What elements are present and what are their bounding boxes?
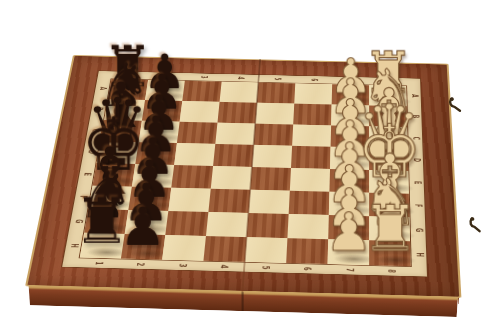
- square-b4: [217, 102, 256, 124]
- square-b5: [255, 103, 294, 125]
- square-h5: [245, 237, 288, 263]
- square-h8: ♜: [369, 240, 411, 266]
- product-photo-scene: 12345678 12345678 ABCDEFGH ABCDEFGH ♜♟♟♜…: [0, 0, 500, 333]
- square-e6: [290, 168, 330, 192]
- coord-label: 7: [345, 71, 358, 91]
- board-grid: ♜♟♟♜♞♟♟♞♝♟♟♝♛♟♟♛♚♟♟♚♝♟♟♝♞♟♟♞♜♟♟♜: [80, 79, 411, 266]
- coord-label: 5: [270, 69, 284, 89]
- coord-label: 4: [233, 68, 248, 88]
- fold-seam-side: [241, 291, 243, 311]
- square-c4: [215, 123, 255, 145]
- square-c6: [292, 124, 331, 146]
- coord-label: A: [83, 84, 121, 92]
- square-e4: [211, 166, 252, 190]
- square-h2: ♟: [121, 234, 165, 260]
- chess-board: 12345678 12345678 ABCDEFGH ABCDEFGH ♜♟♟♜…: [25, 55, 461, 298]
- coord-label: 3: [196, 67, 211, 87]
- square-h3: [162, 235, 206, 261]
- square-e3: [171, 165, 213, 189]
- square-h4: [203, 236, 246, 262]
- dark-pawn: ♟: [119, 201, 166, 254]
- square-b6: [293, 104, 331, 126]
- square-c5: [254, 124, 294, 146]
- coord-label: A: [395, 92, 433, 100]
- light-rook: ♜: [361, 196, 418, 260]
- square-h1: ♜: [80, 233, 125, 259]
- square-c3: [177, 122, 218, 144]
- square-f5: [248, 190, 289, 214]
- square-f3: [168, 188, 210, 212]
- coord-label: 6: [307, 70, 321, 90]
- clasp-hook-icon: [465, 215, 483, 236]
- square-g6: [287, 214, 328, 239]
- coord-label: 8: [382, 71, 396, 91]
- square-h6: [286, 238, 328, 264]
- square-g5: [247, 213, 289, 238]
- square-f6: [289, 191, 330, 215]
- square-f4: [208, 189, 250, 213]
- square-e5: [250, 167, 291, 191]
